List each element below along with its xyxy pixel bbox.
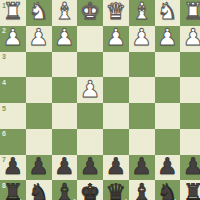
square-f3[interactable] bbox=[52, 52, 78, 78]
square-b1[interactable]: ♞ bbox=[155, 0, 181, 26]
square-f8[interactable]: f♝ bbox=[52, 180, 78, 200]
white-pawn-f2[interactable]: ♟ bbox=[54, 26, 75, 49]
square-d8[interactable]: d♛ bbox=[103, 180, 129, 200]
white-knight-g1[interactable]: ♞ bbox=[28, 0, 49, 23]
square-c6[interactable] bbox=[129, 129, 155, 155]
square-c1[interactable]: ♝ bbox=[129, 0, 155, 26]
square-d1[interactable]: ♛ bbox=[103, 0, 129, 26]
square-h3[interactable]: 3 bbox=[0, 52, 26, 78]
black-knight-b8[interactable]: ♞ bbox=[157, 181, 178, 200]
square-d4[interactable] bbox=[103, 77, 129, 103]
chess-board: 1♜♞♝♚♛♝♞♜2♟♟♟♟♟♟♟34♟567♟♟♟♟♟♟♟♟8h♜g♞f♝e♚… bbox=[0, 0, 200, 200]
black-pawn-e7[interactable]: ♟ bbox=[80, 155, 101, 178]
square-h2[interactable]: 2♟ bbox=[0, 26, 26, 52]
white-bishop-c1[interactable]: ♝ bbox=[131, 0, 152, 23]
rank-label-5: 5 bbox=[2, 105, 6, 112]
square-g4[interactable] bbox=[26, 77, 52, 103]
square-f6[interactable] bbox=[52, 129, 78, 155]
square-f7[interactable]: ♟ bbox=[52, 155, 78, 181]
chess-board-viewport: 1♜♞♝♚♛♝♞♜2♟♟♟♟♟♟♟34♟567♟♟♟♟♟♟♟♟8h♜g♞f♝e♚… bbox=[0, 0, 200, 200]
rank-label-4: 4 bbox=[2, 79, 6, 86]
square-h6[interactable]: 6 bbox=[0, 129, 26, 155]
square-e3[interactable] bbox=[77, 52, 103, 78]
square-g3[interactable] bbox=[26, 52, 52, 78]
square-e8[interactable]: e♚ bbox=[77, 180, 103, 200]
black-rook-h8[interactable]: ♜ bbox=[3, 181, 24, 200]
square-a7[interactable]: ♟ bbox=[180, 155, 200, 181]
square-g7[interactable]: ♟ bbox=[26, 155, 52, 181]
square-b8[interactable]: b♞ bbox=[155, 180, 181, 200]
square-e6[interactable] bbox=[77, 129, 103, 155]
square-a1[interactable]: ♜ bbox=[180, 0, 200, 26]
square-e2[interactable] bbox=[77, 26, 103, 52]
square-h5[interactable]: 5 bbox=[0, 103, 26, 129]
square-a2[interactable]: ♟ bbox=[180, 26, 200, 52]
square-c2[interactable]: ♟ bbox=[129, 26, 155, 52]
square-a5[interactable] bbox=[180, 103, 200, 129]
white-pawn-d2[interactable]: ♟ bbox=[106, 26, 127, 49]
square-b5[interactable] bbox=[155, 103, 181, 129]
black-queen-d8[interactable]: ♛ bbox=[106, 181, 127, 200]
square-g1[interactable]: ♞ bbox=[26, 0, 52, 26]
square-e5[interactable] bbox=[77, 103, 103, 129]
square-g5[interactable] bbox=[26, 103, 52, 129]
white-king-e1[interactable]: ♚ bbox=[80, 0, 101, 23]
white-rook-h1[interactable]: ♜ bbox=[3, 0, 24, 23]
white-rook-a1[interactable]: ♜ bbox=[183, 0, 200, 23]
square-f5[interactable] bbox=[52, 103, 78, 129]
square-f2[interactable]: ♟ bbox=[52, 26, 78, 52]
square-d3[interactable] bbox=[103, 52, 129, 78]
square-h8[interactable]: 8h♜ bbox=[0, 180, 26, 200]
square-h7[interactable]: 7♟ bbox=[0, 155, 26, 181]
square-c3[interactable] bbox=[129, 52, 155, 78]
black-pawn-c7[interactable]: ♟ bbox=[131, 155, 152, 178]
square-a3[interactable] bbox=[180, 52, 200, 78]
square-d6[interactable] bbox=[103, 129, 129, 155]
square-a8[interactable]: a♜ bbox=[180, 180, 200, 200]
square-f4[interactable] bbox=[52, 77, 78, 103]
square-b6[interactable] bbox=[155, 129, 181, 155]
square-g2[interactable]: ♟ bbox=[26, 26, 52, 52]
black-knight-g8[interactable]: ♞ bbox=[28, 181, 49, 200]
square-h1[interactable]: 1♜ bbox=[0, 0, 26, 26]
square-g8[interactable]: g♞ bbox=[26, 180, 52, 200]
square-d5[interactable] bbox=[103, 103, 129, 129]
square-c4[interactable] bbox=[129, 77, 155, 103]
square-c8[interactable]: c♝ bbox=[129, 180, 155, 200]
square-c5[interactable] bbox=[129, 103, 155, 129]
square-c7[interactable]: ♟ bbox=[129, 155, 155, 181]
black-rook-a8[interactable]: ♜ bbox=[183, 181, 200, 200]
black-pawn-h7[interactable]: ♟ bbox=[3, 155, 24, 178]
white-queen-d1[interactable]: ♛ bbox=[106, 0, 127, 23]
black-pawn-g7[interactable]: ♟ bbox=[28, 155, 49, 178]
square-h4[interactable]: 4 bbox=[0, 77, 26, 103]
white-pawn-e4[interactable]: ♟ bbox=[80, 78, 101, 101]
square-b7[interactable]: ♟ bbox=[155, 155, 181, 181]
black-bishop-f8[interactable]: ♝ bbox=[54, 181, 75, 200]
white-knight-b1[interactable]: ♞ bbox=[157, 0, 178, 23]
square-a6[interactable] bbox=[180, 129, 200, 155]
square-d2[interactable]: ♟ bbox=[103, 26, 129, 52]
square-b4[interactable] bbox=[155, 77, 181, 103]
square-d7[interactable]: ♟ bbox=[103, 155, 129, 181]
black-pawn-a7[interactable]: ♟ bbox=[183, 155, 200, 178]
square-e7[interactable]: ♟ bbox=[77, 155, 103, 181]
square-e1[interactable]: ♚ bbox=[77, 0, 103, 26]
square-b2[interactable]: ♟ bbox=[155, 26, 181, 52]
white-pawn-h2[interactable]: ♟ bbox=[3, 26, 24, 49]
white-pawn-a2[interactable]: ♟ bbox=[183, 26, 200, 49]
square-a4[interactable] bbox=[180, 77, 200, 103]
square-b3[interactable] bbox=[155, 52, 181, 78]
black-pawn-b7[interactable]: ♟ bbox=[157, 155, 178, 178]
black-bishop-c8[interactable]: ♝ bbox=[131, 181, 152, 200]
black-king-e8[interactable]: ♚ bbox=[80, 181, 101, 200]
square-e4[interactable]: ♟ bbox=[77, 77, 103, 103]
white-pawn-b2[interactable]: ♟ bbox=[157, 26, 178, 49]
black-pawn-f7[interactable]: ♟ bbox=[54, 155, 75, 178]
white-pawn-g2[interactable]: ♟ bbox=[28, 26, 49, 49]
square-g6[interactable] bbox=[26, 129, 52, 155]
white-pawn-c2[interactable]: ♟ bbox=[131, 26, 152, 49]
rank-label-6: 6 bbox=[2, 130, 6, 137]
white-bishop-f1[interactable]: ♝ bbox=[54, 0, 75, 23]
rank-label-3: 3 bbox=[2, 53, 6, 60]
square-f1[interactable]: ♝ bbox=[52, 0, 78, 26]
black-pawn-d7[interactable]: ♟ bbox=[106, 155, 127, 178]
